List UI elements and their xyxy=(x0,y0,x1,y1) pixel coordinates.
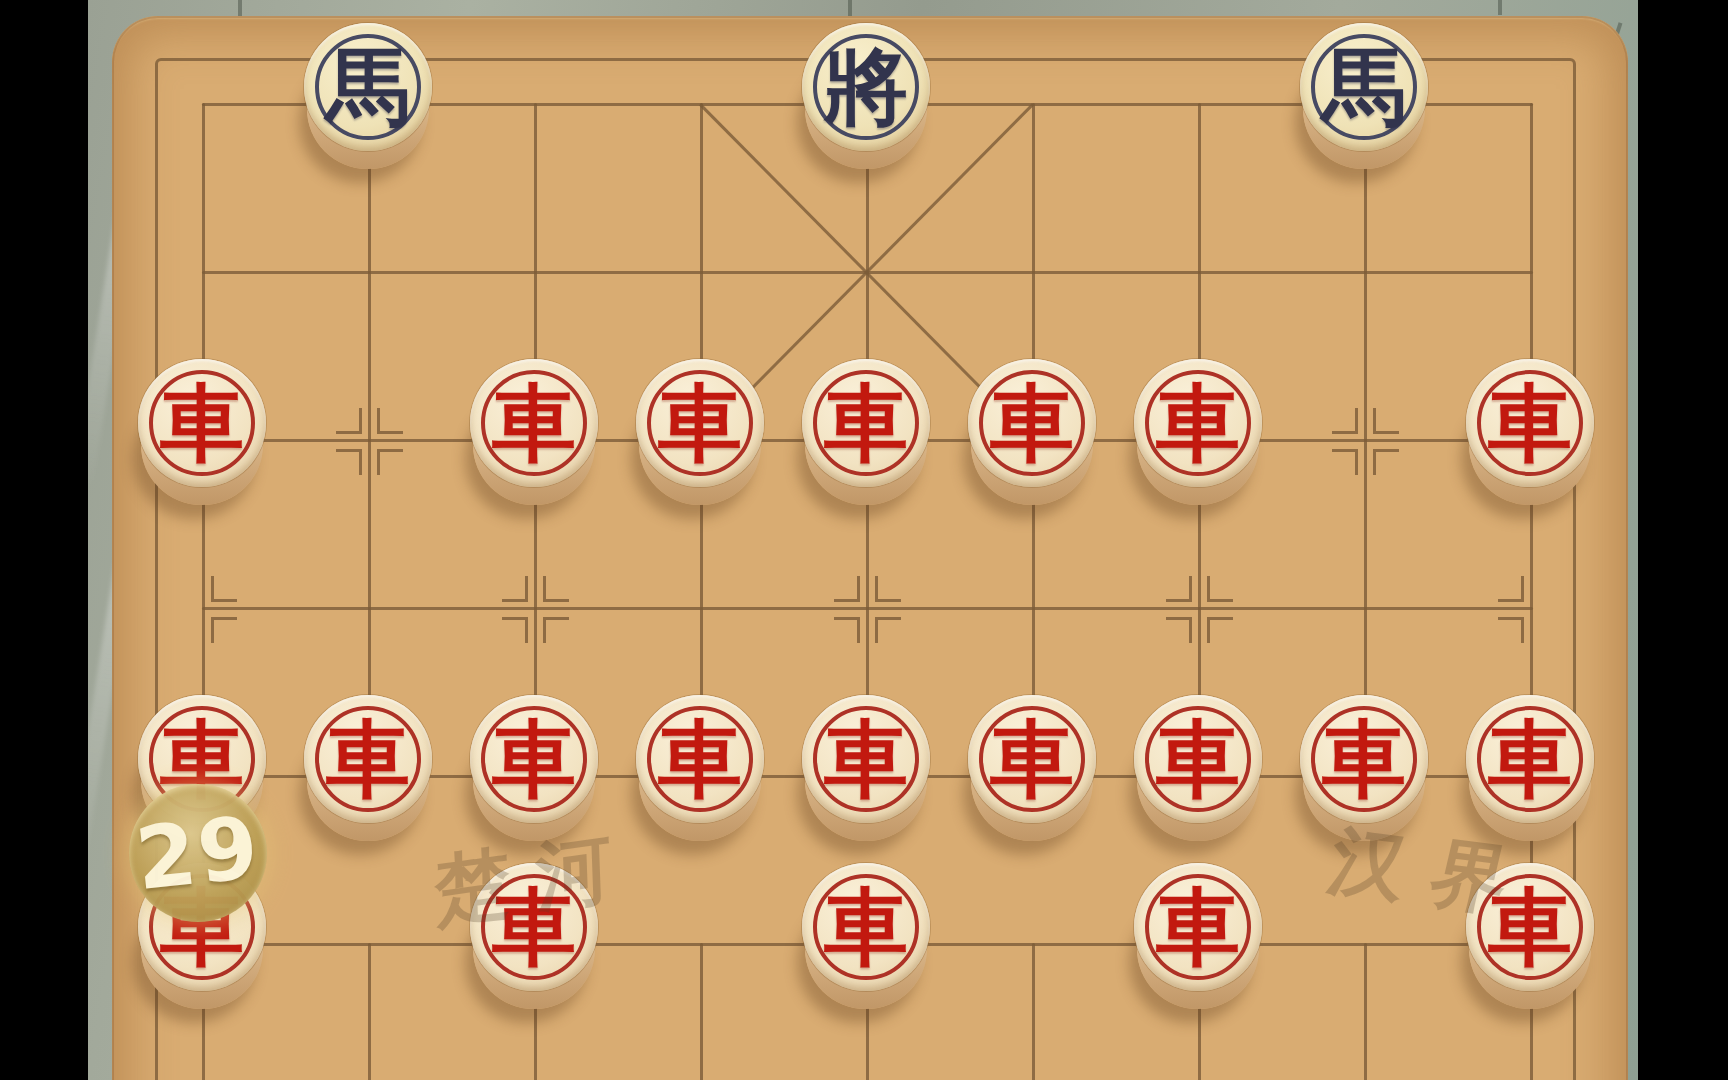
point-marker xyxy=(1498,617,1524,643)
piece-red-chariot-file6-rank5[interactable]: 車 xyxy=(1134,863,1262,1015)
piece-black-horse-file1-rank0[interactable]: 馬 xyxy=(304,23,432,175)
piece-glyph: 車 xyxy=(1134,865,1262,991)
piece-red-chariot-file4-rank5[interactable]: 車 xyxy=(802,863,930,1015)
piece-glyph: 車 xyxy=(304,697,432,823)
tile-seam xyxy=(1498,0,1502,15)
point-marker xyxy=(377,449,403,475)
move-count-value: 29 xyxy=(131,797,264,909)
piece-glyph: 車 xyxy=(138,361,266,487)
point-marker xyxy=(543,576,569,602)
grid-line xyxy=(1364,943,1367,1080)
piece-red-chariot-file6-rank2[interactable]: 車 xyxy=(1134,359,1262,511)
piece-red-chariot-file3-rank2[interactable]: 車 xyxy=(636,359,764,511)
point-marker xyxy=(211,576,237,602)
point-marker xyxy=(502,576,528,602)
grid-line xyxy=(700,943,703,1080)
piece-glyph: 車 xyxy=(968,697,1096,823)
piece-glyph: 馬 xyxy=(304,25,432,151)
piece-glyph: 車 xyxy=(636,361,764,487)
grid-line xyxy=(368,943,371,1080)
point-marker xyxy=(834,617,860,643)
tile-seam xyxy=(238,0,242,16)
piece-red-chariot-file3-rank4[interactable]: 車 xyxy=(636,695,764,847)
piece-glyph: 車 xyxy=(470,361,598,487)
grid-line xyxy=(368,103,371,778)
piece-red-chariot-file5-rank2[interactable]: 車 xyxy=(968,359,1096,511)
point-marker xyxy=(211,617,237,643)
xiangqi-game-screen: 楚河 汉界 馬將馬車車車車車車車車車車車車車車車車車車車車車 29 xyxy=(0,0,1728,1080)
letterbox-bar-left xyxy=(0,0,88,1080)
piece-glyph: 車 xyxy=(802,697,930,823)
piece-glyph: 車 xyxy=(470,697,598,823)
tile-seam xyxy=(848,0,852,16)
point-marker xyxy=(336,408,362,434)
point-marker xyxy=(1166,617,1192,643)
piece-glyph: 車 xyxy=(1134,697,1262,823)
grid-line xyxy=(1032,943,1035,1080)
point-marker xyxy=(1498,576,1524,602)
piece-glyph: 車 xyxy=(636,697,764,823)
piece-red-chariot-file2-rank2[interactable]: 車 xyxy=(470,359,598,511)
piece-glyph: 車 xyxy=(1466,361,1594,487)
piece-red-chariot-file8-rank2[interactable]: 車 xyxy=(1466,359,1594,511)
point-marker xyxy=(543,617,569,643)
point-marker xyxy=(336,449,362,475)
piece-glyph: 車 xyxy=(802,361,930,487)
point-marker xyxy=(377,408,403,434)
point-marker xyxy=(1332,449,1358,475)
piece-glyph: 車 xyxy=(1134,361,1262,487)
piece-red-chariot-file6-rank4[interactable]: 車 xyxy=(1134,695,1262,847)
piece-glyph: 車 xyxy=(802,865,930,991)
point-marker xyxy=(1332,408,1358,434)
piece-red-chariot-file0-rank2[interactable]: 車 xyxy=(138,359,266,511)
point-marker xyxy=(1373,408,1399,434)
point-marker xyxy=(502,617,528,643)
piece-black-horse-file7-rank0[interactable]: 馬 xyxy=(1300,23,1428,175)
piece-red-chariot-file4-rank2[interactable]: 車 xyxy=(802,359,930,511)
point-marker xyxy=(1207,576,1233,602)
piece-black-general-file4-rank0[interactable]: 將 xyxy=(802,23,930,175)
piece-red-chariot-file1-rank4[interactable]: 車 xyxy=(304,695,432,847)
grid-line xyxy=(1364,103,1367,778)
piece-red-chariot-file4-rank4[interactable]: 車 xyxy=(802,695,930,847)
point-marker xyxy=(1373,449,1399,475)
piece-glyph: 馬 xyxy=(1300,25,1428,151)
piece-glyph: 車 xyxy=(968,361,1096,487)
point-marker xyxy=(875,617,901,643)
piece-red-chariot-file8-rank4[interactable]: 車 xyxy=(1466,695,1594,847)
letterbox-bar-right xyxy=(1638,0,1728,1080)
move-count-badge: 29 xyxy=(129,784,267,922)
point-marker xyxy=(1166,576,1192,602)
point-marker xyxy=(1207,617,1233,643)
point-marker xyxy=(834,576,860,602)
point-marker xyxy=(875,576,901,602)
piece-red-chariot-file5-rank4[interactable]: 車 xyxy=(968,695,1096,847)
piece-glyph: 車 xyxy=(1466,697,1594,823)
piece-glyph: 車 xyxy=(1300,697,1428,823)
piece-glyph: 將 xyxy=(802,25,930,151)
